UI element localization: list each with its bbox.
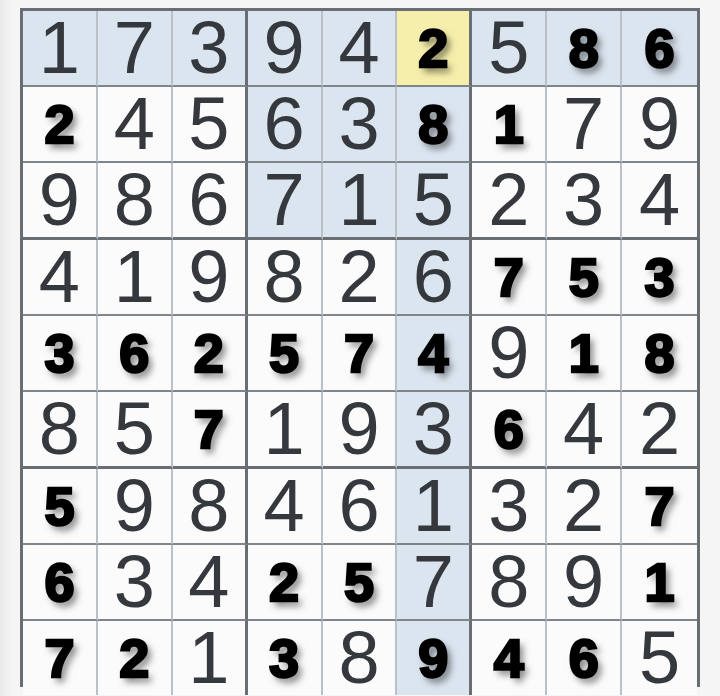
digit-r7c5: 6 (338, 469, 379, 543)
digit-r9c6: 9 (418, 631, 448, 685)
cell-r5c2[interactable]: 6 (98, 316, 173, 392)
digit-r7c9: 7 (645, 479, 675, 533)
digit-r3c8: 3 (563, 163, 604, 237)
cell-r4c8[interactable]: 5 (547, 240, 622, 316)
cell-r7c1[interactable]: 5 (23, 469, 98, 545)
digit-r6c8: 4 (563, 392, 604, 466)
digit-r4c1: 4 (39, 240, 80, 314)
cell-r1c4[interactable]: 9 (248, 11, 323, 87)
digit-r5c2: 6 (119, 326, 149, 380)
digit-r7c6: 1 (413, 469, 454, 543)
cell-r9c5[interactable]: 8 (323, 621, 398, 695)
cell-r8c6[interactable]: 7 (397, 545, 472, 621)
digit-r3c6: 5 (413, 163, 454, 237)
cell-r3c3[interactable]: 6 (173, 163, 248, 240)
cell-r9c9[interactable]: 5 (622, 621, 697, 695)
cell-r2c6[interactable]: 8 (397, 87, 472, 163)
digit-r5c7: 9 (488, 316, 529, 390)
cell-r6c3[interactable]: 7 (173, 392, 248, 469)
cell-r5c6[interactable]: 4 (397, 316, 472, 392)
cell-r3c9[interactable]: 4 (622, 163, 697, 240)
cell-r3c5[interactable]: 1 (323, 163, 398, 240)
cell-r7c4[interactable]: 4 (248, 469, 323, 545)
sudoku-board: 1739425862456381799867152344198267533625… (20, 8, 700, 687)
cell-r2c5[interactable]: 3 (323, 87, 398, 163)
digit-r1c8: 8 (569, 21, 599, 75)
cell-r2c2[interactable]: 4 (98, 87, 173, 163)
digit-r2c3: 5 (188, 87, 229, 161)
cell-r3c8[interactable]: 3 (547, 163, 622, 240)
digit-r1c9: 6 (645, 21, 675, 75)
digit-r2c6: 8 (418, 97, 448, 151)
cell-r7c3[interactable]: 8 (173, 469, 248, 545)
digit-r4c2: 1 (114, 240, 155, 314)
digit-r8c5: 5 (344, 555, 374, 609)
digit-r7c8: 2 (563, 469, 604, 543)
digit-r4c5: 2 (338, 240, 379, 314)
digit-r8c9: 1 (645, 555, 675, 609)
cell-r5c1[interactable]: 3 (23, 316, 98, 392)
digit-r2c2: 4 (114, 87, 155, 161)
digit-r1c1: 1 (39, 11, 80, 85)
cell-r3c4[interactable]: 7 (248, 163, 323, 240)
cell-r9c7[interactable]: 4 (472, 621, 547, 695)
cell-r7c7[interactable]: 3 (472, 469, 547, 545)
cell-r5c4[interactable]: 5 (248, 316, 323, 392)
cell-r8c7[interactable]: 8 (472, 545, 547, 621)
cell-r4c2[interactable]: 1 (98, 240, 173, 316)
cell-r6c2[interactable]: 5 (98, 392, 173, 469)
digit-r8c8: 9 (563, 545, 604, 619)
cell-r8c2[interactable]: 3 (98, 545, 173, 621)
cell-r4c5[interactable]: 2 (323, 240, 398, 316)
digit-r6c9: 2 (639, 392, 680, 466)
digit-r9c7: 4 (494, 631, 524, 685)
digit-r1c4: 9 (264, 11, 305, 85)
digit-r1c3: 3 (188, 11, 229, 85)
cell-r4c6[interactable]: 6 (397, 240, 472, 316)
digit-r9c3: 1 (188, 621, 229, 695)
cell-r6c7[interactable]: 6 (472, 392, 547, 469)
cell-r6c6[interactable]: 3 (397, 392, 472, 469)
cell-r5c3[interactable]: 2 (173, 316, 248, 392)
cell-r2c7[interactable]: 1 (472, 87, 547, 163)
cell-r2c3[interactable]: 5 (173, 87, 248, 163)
cell-r2c9[interactable]: 9 (622, 87, 697, 163)
digit-r6c4: 1 (264, 392, 305, 466)
digit-r6c2: 5 (114, 392, 155, 466)
cell-r8c1[interactable]: 6 (23, 545, 98, 621)
cell-r7c2[interactable]: 9 (98, 469, 173, 545)
digit-r6c6: 3 (413, 392, 454, 466)
digit-r9c5: 8 (338, 621, 379, 695)
cell-r5c8[interactable]: 1 (547, 316, 622, 392)
cell-r6c8[interactable]: 4 (547, 392, 622, 469)
cell-r5c9[interactable]: 8 (622, 316, 697, 392)
digit-r5c5: 7 (344, 326, 374, 380)
digit-r3c9: 4 (639, 163, 680, 237)
digit-r8c1: 6 (44, 555, 74, 609)
digit-r4c9: 3 (645, 250, 675, 304)
cell-r9c1[interactable]: 7 (23, 621, 98, 695)
cell-r1c9[interactable]: 6 (622, 11, 697, 87)
cell-r5c5[interactable]: 7 (323, 316, 398, 392)
digit-r1c7: 5 (488, 11, 529, 85)
digit-r1c6: 2 (418, 21, 448, 75)
cell-r1c1[interactable]: 1 (23, 11, 98, 87)
cell-r3c6[interactable]: 5 (397, 163, 472, 240)
digit-r2c9: 9 (639, 87, 680, 161)
digit-r3c2: 8 (114, 163, 155, 237)
cell-r1c3[interactable]: 3 (173, 11, 248, 87)
cell-r6c5[interactable]: 9 (323, 392, 398, 469)
cell-r1c5[interactable]: 4 (323, 11, 398, 87)
cell-r1c2[interactable]: 7 (98, 11, 173, 87)
digit-r9c4: 3 (269, 631, 299, 685)
digit-r6c7: 6 (494, 402, 524, 456)
digit-r1c2: 7 (114, 11, 155, 85)
digit-r5c6: 4 (418, 326, 448, 380)
digit-r7c3: 8 (188, 469, 229, 543)
cell-r6c9[interactable]: 2 (622, 392, 697, 469)
digit-r5c1: 3 (44, 326, 74, 380)
digit-r5c8: 1 (569, 326, 599, 380)
digit-r2c8: 7 (563, 87, 604, 161)
digit-r4c6: 6 (413, 240, 454, 314)
digit-r3c3: 6 (188, 163, 229, 237)
cell-r4c7[interactable]: 7 (472, 240, 547, 316)
digit-r8c3: 4 (188, 545, 229, 619)
cell-r9c2[interactable]: 2 (98, 621, 173, 695)
cell-r9c3[interactable]: 1 (173, 621, 248, 695)
digit-r8c2: 3 (114, 545, 155, 619)
digit-r9c1: 7 (44, 631, 74, 685)
cell-r1c7[interactable]: 5 (472, 11, 547, 87)
digit-r2c7: 1 (494, 97, 524, 151)
cell-r8c3[interactable]: 4 (173, 545, 248, 621)
sudoku-app-page: 1739425862456381799867152344198267533625… (0, 0, 720, 696)
digit-r5c3: 2 (194, 326, 224, 380)
cell-r7c9[interactable]: 7 (622, 469, 697, 545)
cell-r8c8[interactable]: 9 (547, 545, 622, 621)
digit-r3c1: 9 (39, 163, 80, 237)
cell-r4c3[interactable]: 9 (173, 240, 248, 316)
cell-r5c7[interactable]: 9 (472, 316, 547, 392)
cell-r6c4[interactable]: 1 (248, 392, 323, 469)
cell-r3c1[interactable]: 9 (23, 163, 98, 240)
digit-r3c7: 2 (488, 163, 529, 237)
cell-r2c8[interactable]: 7 (547, 87, 622, 163)
cell-r3c2[interactable]: 8 (98, 163, 173, 240)
digit-r5c9: 8 (645, 326, 675, 380)
cell-r7c5[interactable]: 6 (323, 469, 398, 545)
digit-r4c4: 8 (264, 240, 305, 314)
digit-r9c8: 6 (569, 631, 599, 685)
digit-r8c6: 7 (413, 545, 454, 619)
digit-r3c4: 7 (264, 163, 305, 237)
cell-r2c1[interactable]: 2 (23, 87, 98, 163)
digit-r1c5: 4 (338, 11, 379, 85)
digit-r8c4: 2 (269, 555, 299, 609)
digit-r4c8: 5 (569, 250, 599, 304)
cell-r9c4[interactable]: 3 (248, 621, 323, 695)
cell-r2c4[interactable]: 6 (248, 87, 323, 163)
digit-r6c3: 7 (194, 402, 224, 456)
cell-r8c4[interactable]: 2 (248, 545, 323, 621)
cell-r1c6[interactable]: 2 (397, 11, 472, 87)
cell-r8c9[interactable]: 1 (622, 545, 697, 621)
digit-r5c4: 5 (269, 326, 299, 380)
cell-r4c4[interactable]: 8 (248, 240, 323, 316)
digit-r6c5: 9 (338, 392, 379, 466)
digit-r7c4: 4 (264, 469, 305, 543)
digit-r7c7: 3 (488, 469, 529, 543)
cell-r8c5[interactable]: 5 (323, 545, 398, 621)
digit-r3c5: 1 (338, 163, 379, 237)
cell-r9c8[interactable]: 6 (547, 621, 622, 695)
cell-r1c8[interactable]: 8 (547, 11, 622, 87)
digit-r4c7: 7 (494, 250, 524, 304)
digit-r7c2: 9 (114, 469, 155, 543)
digit-r6c1: 8 (39, 392, 80, 466)
cell-r4c1[interactable]: 4 (23, 240, 98, 316)
digit-r4c3: 9 (188, 240, 229, 314)
digit-r9c2: 2 (119, 631, 149, 685)
cell-r3c7[interactable]: 2 (472, 163, 547, 240)
digit-r7c1: 5 (44, 479, 74, 533)
digit-r9c9: 5 (639, 621, 680, 695)
cell-r7c8[interactable]: 2 (547, 469, 622, 545)
cell-r6c1[interactable]: 8 (23, 392, 98, 469)
cell-r7c6[interactable]: 1 (397, 469, 472, 545)
digit-r2c5: 3 (338, 87, 379, 161)
cell-r4c9[interactable]: 3 (622, 240, 697, 316)
digit-r8c7: 8 (488, 545, 529, 619)
digit-r2c1: 2 (44, 97, 74, 151)
digit-r2c4: 6 (264, 87, 305, 161)
cell-r9c6[interactable]: 9 (397, 621, 472, 695)
